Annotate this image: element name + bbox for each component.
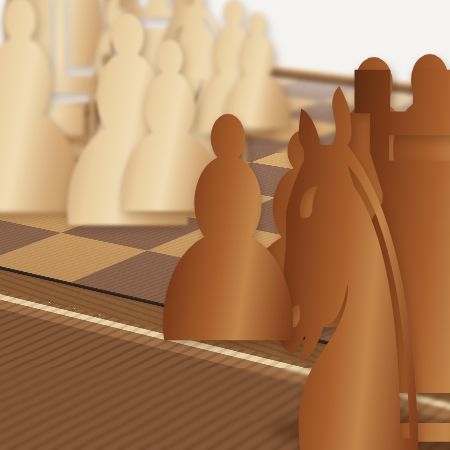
chess-set-photo: ♚ ♝ ♜ ♞ ♟ ♟ ♟ ♟ ♟ ♟ ♟ ♜ ♟ ♞ ♟ (0, 0, 450, 450)
pawn-glyph: ♟ (131, 78, 326, 388)
dark-pawn[interactable]: ♟ (89, 78, 367, 388)
